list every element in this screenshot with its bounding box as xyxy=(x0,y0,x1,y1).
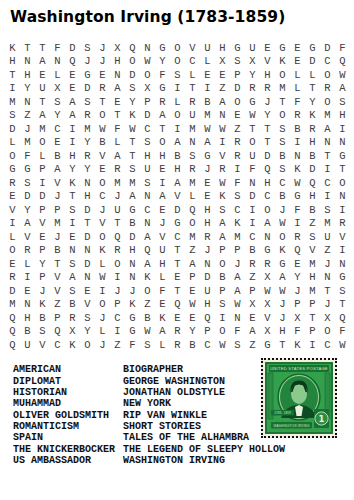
grid-cell[interactable]: O xyxy=(140,284,155,298)
grid-cell[interactable]: A xyxy=(155,325,170,339)
grid-cell[interactable]: Y xyxy=(125,95,140,109)
grid-cell[interactable]: P xyxy=(305,298,320,312)
grid-cell[interactable]: W xyxy=(260,284,275,298)
grid-cell[interactable]: J xyxy=(275,298,290,312)
grid-cell[interactable]: H xyxy=(260,176,275,190)
grid-cell[interactable]: I xyxy=(65,122,80,136)
grid-cell[interactable]: F xyxy=(20,149,35,163)
grid-cell[interactable]: I xyxy=(335,122,350,136)
grid-cell[interactable]: I xyxy=(65,136,80,150)
grid-cell[interactable]: A xyxy=(320,122,335,136)
grid-cell[interactable]: O xyxy=(215,325,230,339)
grid-cell[interactable]: G xyxy=(200,149,215,163)
grid-cell[interactable]: P xyxy=(245,284,260,298)
grid-cell[interactable]: W xyxy=(140,55,155,69)
grid-cell[interactable]: T xyxy=(305,82,320,96)
grid-cell[interactable]: I xyxy=(95,284,110,298)
grid-cell[interactable]: N xyxy=(65,244,80,258)
grid-cell[interactable]: S xyxy=(185,149,200,163)
grid-cell[interactable]: U xyxy=(320,230,335,244)
grid-cell[interactable]: E xyxy=(155,163,170,177)
grid-cell[interactable]: P xyxy=(215,284,230,298)
grid-cell[interactable]: I xyxy=(200,82,215,96)
grid-cell[interactable]: L xyxy=(50,68,65,82)
grid-cell[interactable]: K xyxy=(125,109,140,123)
grid-cell[interactable]: R xyxy=(260,82,275,96)
grid-cell[interactable]: P xyxy=(50,311,65,325)
grid-cell[interactable]: G xyxy=(260,338,275,352)
grid-cell[interactable]: D xyxy=(80,230,95,244)
grid-cell[interactable]: B xyxy=(125,217,140,231)
grid-cell[interactable]: H xyxy=(335,109,350,123)
grid-cell[interactable]: Q xyxy=(290,244,305,258)
grid-cell[interactable]: L xyxy=(5,230,20,244)
grid-cell[interactable]: D xyxy=(80,257,95,271)
grid-cell[interactable]: V xyxy=(260,311,275,325)
grid-cell[interactable]: U xyxy=(140,163,155,177)
grid-cell[interactable]: P xyxy=(140,95,155,109)
grid-cell[interactable]: R xyxy=(95,82,110,96)
grid-cell[interactable]: T xyxy=(35,41,50,55)
grid-cell[interactable]: S xyxy=(5,109,20,123)
grid-cell[interactable]: Y xyxy=(20,82,35,96)
grid-cell[interactable]: K xyxy=(215,190,230,204)
grid-cell[interactable]: E xyxy=(245,311,260,325)
grid-cell[interactable]: Y xyxy=(50,109,65,123)
grid-cell[interactable]: R xyxy=(230,136,245,150)
grid-cell[interactable]: T xyxy=(125,149,140,163)
grid-cell[interactable]: U xyxy=(200,41,215,55)
grid-cell[interactable]: B xyxy=(95,136,110,150)
grid-cell[interactable]: H xyxy=(140,149,155,163)
grid-cell[interactable]: L xyxy=(155,271,170,285)
grid-cell[interactable]: Z xyxy=(185,244,200,258)
grid-cell[interactable]: W xyxy=(185,298,200,312)
grid-cell[interactable]: E xyxy=(65,230,80,244)
grid-cell[interactable]: T xyxy=(275,338,290,352)
grid-cell[interactable]: G xyxy=(260,244,275,258)
grid-cell[interactable]: E xyxy=(65,68,80,82)
grid-cell[interactable]: Q xyxy=(5,325,20,339)
grid-cell[interactable]: E xyxy=(260,41,275,55)
grid-cell[interactable]: I xyxy=(170,82,185,96)
grid-cell[interactable]: P xyxy=(185,271,200,285)
grid-cell[interactable]: T xyxy=(335,298,350,312)
grid-cell[interactable]: K xyxy=(140,271,155,285)
grid-cell[interactable]: C xyxy=(50,122,65,136)
grid-cell[interactable]: Q xyxy=(305,176,320,190)
grid-cell[interactable]: O xyxy=(170,41,185,55)
grid-cell[interactable]: U xyxy=(245,41,260,55)
grid-cell[interactable]: K xyxy=(275,244,290,258)
grid-cell[interactable]: I xyxy=(290,217,305,231)
grid-cell[interactable]: H xyxy=(200,217,215,231)
grid-cell[interactable]: J xyxy=(50,190,65,204)
grid-cell[interactable]: T xyxy=(170,257,185,271)
grid-cell[interactable]: M xyxy=(20,136,35,150)
grid-cell[interactable]: R xyxy=(230,149,245,163)
grid-cell[interactable]: I xyxy=(20,271,35,285)
grid-cell[interactable]: R xyxy=(185,95,200,109)
grid-cell[interactable]: R xyxy=(215,163,230,177)
grid-cell[interactable]: Q xyxy=(170,298,185,312)
grid-cell[interactable]: V xyxy=(335,230,350,244)
grid-cell[interactable]: B xyxy=(290,122,305,136)
grid-cell[interactable]: P xyxy=(200,325,215,339)
grid-cell[interactable]: S xyxy=(320,203,335,217)
grid-cell[interactable]: U xyxy=(35,82,50,96)
grid-cell[interactable]: F xyxy=(230,176,245,190)
grid-cell[interactable]: D xyxy=(5,284,20,298)
grid-cell[interactable]: V xyxy=(35,217,50,231)
grid-cell[interactable]: T xyxy=(95,95,110,109)
grid-cell[interactable]: B xyxy=(215,271,230,285)
grid-cell[interactable]: O xyxy=(125,55,140,69)
grid-cell[interactable]: M xyxy=(185,176,200,190)
grid-cell[interactable]: G xyxy=(80,68,95,82)
grid-cell[interactable]: O xyxy=(185,217,200,231)
grid-cell[interactable]: N xyxy=(125,257,140,271)
grid-cell[interactable]: Y xyxy=(245,68,260,82)
grid-cell[interactable]: G xyxy=(245,95,260,109)
grid-cell[interactable]: I xyxy=(335,203,350,217)
grid-cell[interactable]: B xyxy=(245,244,260,258)
grid-cell[interactable]: R xyxy=(80,109,95,123)
grid-cell[interactable]: Z xyxy=(245,338,260,352)
grid-cell[interactable]: J xyxy=(50,230,65,244)
grid-cell[interactable]: E xyxy=(5,257,20,271)
grid-cell[interactable]: S xyxy=(275,136,290,150)
grid-cell[interactable]: B xyxy=(50,244,65,258)
grid-cell[interactable]: D xyxy=(125,68,140,82)
grid-cell[interactable]: G xyxy=(335,149,350,163)
grid-cell[interactable]: F xyxy=(290,325,305,339)
grid-cell[interactable]: G xyxy=(155,82,170,96)
grid-cell[interactable]: D xyxy=(305,163,320,177)
grid-cell[interactable]: I xyxy=(320,163,335,177)
grid-cell[interactable]: U xyxy=(245,149,260,163)
grid-cell[interactable]: R xyxy=(5,271,20,285)
grid-cell[interactable]: S xyxy=(170,68,185,82)
grid-cell[interactable]: O xyxy=(260,203,275,217)
grid-cell[interactable]: N xyxy=(185,136,200,150)
grid-cell[interactable]: E xyxy=(200,176,215,190)
grid-cell[interactable]: S xyxy=(140,176,155,190)
grid-cell[interactable]: X xyxy=(215,55,230,69)
grid-cell[interactable]: N xyxy=(140,190,155,204)
grid-cell[interactable]: W xyxy=(95,122,110,136)
grid-cell[interactable]: O xyxy=(275,68,290,82)
grid-cell[interactable]: N xyxy=(80,176,95,190)
grid-cell[interactable]: V xyxy=(35,338,50,352)
grid-cell[interactable]: Q xyxy=(5,338,20,352)
grid-cell[interactable]: W xyxy=(290,176,305,190)
grid-cell[interactable]: Z xyxy=(215,82,230,96)
grid-cell[interactable]: T xyxy=(5,68,20,82)
grid-cell[interactable]: H xyxy=(305,190,320,204)
grid-cell[interactable]: P xyxy=(290,298,305,312)
grid-cell[interactable]: X xyxy=(260,325,275,339)
grid-cell[interactable]: I xyxy=(155,176,170,190)
grid-cell[interactable]: E xyxy=(95,163,110,177)
grid-cell[interactable]: L xyxy=(200,55,215,69)
grid-cell[interactable]: S xyxy=(215,298,230,312)
grid-cell[interactable]: Z xyxy=(320,244,335,258)
grid-cell[interactable]: F xyxy=(290,95,305,109)
grid-cell[interactable]: K xyxy=(65,338,80,352)
grid-cell[interactable]: B xyxy=(65,298,80,312)
grid-cell[interactable]: E xyxy=(155,203,170,217)
grid-cell[interactable]: A xyxy=(20,217,35,231)
grid-cell[interactable]: X xyxy=(65,325,80,339)
grid-cell[interactable]: V xyxy=(50,271,65,285)
grid-cell[interactable]: I xyxy=(290,136,305,150)
grid-cell[interactable]: N xyxy=(50,55,65,69)
grid-cell[interactable]: H xyxy=(20,311,35,325)
grid-cell[interactable]: M xyxy=(320,109,335,123)
grid-cell[interactable]: T xyxy=(80,217,95,231)
grid-cell[interactable]: M xyxy=(305,257,320,271)
grid-cell[interactable]: E xyxy=(35,230,50,244)
grid-cell[interactable]: G xyxy=(290,190,305,204)
grid-cell[interactable]: H xyxy=(5,55,20,69)
grid-cell[interactable]: O xyxy=(140,68,155,82)
grid-cell[interactable]: H xyxy=(155,257,170,271)
grid-cell[interactable]: J xyxy=(275,203,290,217)
grid-cell[interactable]: W xyxy=(215,338,230,352)
grid-cell[interactable]: G xyxy=(335,271,350,285)
grid-cell[interactable]: M xyxy=(80,122,95,136)
grid-cell[interactable]: T xyxy=(35,95,50,109)
grid-cell[interactable]: H xyxy=(305,136,320,150)
grid-cell[interactable]: I xyxy=(110,325,125,339)
grid-cell[interactable]: N xyxy=(335,257,350,271)
grid-cell[interactable]: E xyxy=(290,55,305,69)
grid-cell[interactable]: M xyxy=(320,217,335,231)
grid-cell[interactable]: N xyxy=(20,95,35,109)
grid-cell[interactable]: E xyxy=(230,109,245,123)
grid-cell[interactable]: I xyxy=(5,82,20,96)
grid-cell[interactable]: Q xyxy=(50,325,65,339)
grid-cell[interactable]: E xyxy=(80,284,95,298)
grid-cell[interactable]: S xyxy=(275,122,290,136)
grid-cell[interactable]: A xyxy=(245,325,260,339)
grid-cell[interactable]: R xyxy=(200,230,215,244)
grid-cell[interactable]: K xyxy=(230,217,245,231)
grid-cell[interactable]: S xyxy=(140,338,155,352)
grid-cell[interactable]: A xyxy=(230,284,245,298)
grid-cell[interactable]: R xyxy=(65,311,80,325)
grid-cell[interactable]: A xyxy=(125,190,140,204)
grid-cell[interactable]: J xyxy=(290,284,305,298)
grid-cell[interactable]: X xyxy=(260,271,275,285)
grid-cell[interactable]: S xyxy=(305,230,320,244)
grid-cell[interactable]: S xyxy=(65,257,80,271)
grid-cell[interactable]: O xyxy=(320,68,335,82)
grid-cell[interactable]: E xyxy=(110,95,125,109)
grid-cell[interactable]: T xyxy=(260,122,275,136)
grid-cell[interactable]: U xyxy=(185,109,200,123)
grid-cell[interactable]: A xyxy=(170,136,185,150)
grid-cell[interactable]: P xyxy=(230,244,245,258)
grid-cell[interactable]: E xyxy=(185,311,200,325)
grid-cell[interactable]: R xyxy=(80,149,95,163)
grid-cell[interactable]: A xyxy=(215,217,230,231)
grid-cell[interactable]: S xyxy=(335,95,350,109)
grid-cell[interactable]: Q xyxy=(5,311,20,325)
grid-cell[interactable]: Q xyxy=(335,55,350,69)
grid-cell[interactable]: N xyxy=(320,136,335,150)
grid-cell[interactable]: Y xyxy=(155,55,170,69)
grid-cell[interactable]: F xyxy=(50,41,65,55)
grid-cell[interactable]: S xyxy=(35,325,50,339)
grid-cell[interactable]: V xyxy=(50,284,65,298)
grid-cell[interactable]: O xyxy=(80,338,95,352)
grid-cell[interactable]: D xyxy=(125,230,140,244)
grid-cell[interactable]: C xyxy=(50,338,65,352)
grid-cell[interactable]: B xyxy=(50,149,65,163)
grid-cell[interactable]: Y xyxy=(305,95,320,109)
grid-cell[interactable]: W xyxy=(200,122,215,136)
grid-cell[interactable]: J xyxy=(200,244,215,258)
grid-cell[interactable]: N xyxy=(335,190,350,204)
grid-cell[interactable]: B xyxy=(140,311,155,325)
grid-cell[interactable]: W xyxy=(275,284,290,298)
grid-cell[interactable]: X xyxy=(245,55,260,69)
grid-cell[interactable]: Y xyxy=(185,325,200,339)
grid-cell[interactable]: C xyxy=(140,203,155,217)
grid-cell[interactable]: O xyxy=(155,136,170,150)
grid-cell[interactable]: D xyxy=(200,271,215,285)
grid-cell[interactable]: F xyxy=(155,284,170,298)
grid-cell[interactable]: X xyxy=(245,298,260,312)
grid-cell[interactable]: L xyxy=(95,325,110,339)
grid-cell[interactable]: A xyxy=(110,149,125,163)
grid-cell[interactable]: C xyxy=(245,230,260,244)
grid-cell[interactable]: J xyxy=(320,257,335,271)
grid-cell[interactable]: Z xyxy=(140,298,155,312)
grid-cell[interactable]: Y xyxy=(260,109,275,123)
grid-cell[interactable]: N xyxy=(80,271,95,285)
grid-cell[interactable]: L xyxy=(5,136,20,150)
grid-cell[interactable]: G xyxy=(125,311,140,325)
grid-cell[interactable]: J xyxy=(110,284,125,298)
grid-cell[interactable]: A xyxy=(200,136,215,150)
grid-cell[interactable]: Y xyxy=(80,325,95,339)
grid-cell[interactable]: E xyxy=(200,190,215,204)
grid-cell[interactable]: F xyxy=(110,122,125,136)
grid-cell[interactable]: P xyxy=(35,163,50,177)
grid-cell[interactable]: M xyxy=(275,82,290,96)
grid-cell[interactable]: W xyxy=(335,338,350,352)
grid-cell[interactable]: P xyxy=(305,325,320,339)
grid-cell[interactable]: B xyxy=(20,325,35,339)
grid-cell[interactable]: N xyxy=(125,271,140,285)
grid-cell[interactable]: W xyxy=(275,217,290,231)
grid-cell[interactable]: M xyxy=(185,122,200,136)
grid-cell[interactable]: W xyxy=(215,122,230,136)
grid-cell[interactable]: F xyxy=(335,325,350,339)
grid-cell[interactable]: E xyxy=(20,284,35,298)
grid-cell[interactable]: A xyxy=(50,163,65,177)
grid-cell[interactable]: X xyxy=(320,311,335,325)
grid-cell[interactable]: V xyxy=(260,55,275,69)
grid-cell[interactable]: C xyxy=(110,311,125,325)
grid-cell[interactable]: A xyxy=(170,176,185,190)
grid-cell[interactable]: T xyxy=(320,149,335,163)
grid-cell[interactable]: N xyxy=(215,109,230,123)
grid-cell[interactable]: S xyxy=(80,41,95,55)
grid-cell[interactable]: V xyxy=(305,244,320,258)
grid-cell[interactable]: K xyxy=(35,298,50,312)
grid-cell[interactable]: D xyxy=(20,190,35,204)
grid-cell[interactable]: A xyxy=(140,257,155,271)
grid-cell[interactable]: R xyxy=(245,82,260,96)
grid-cell[interactable]: O xyxy=(95,298,110,312)
grid-cell[interactable]: M xyxy=(305,284,320,298)
grid-cell[interactable]: P xyxy=(35,244,50,258)
grid-cell[interactable]: M xyxy=(110,176,125,190)
grid-cell[interactable]: E xyxy=(290,41,305,55)
grid-cell[interactable]: X xyxy=(50,82,65,96)
grid-cell[interactable]: B xyxy=(200,95,215,109)
grid-cell[interactable]: I xyxy=(245,217,260,231)
grid-cell[interactable]: M xyxy=(35,122,50,136)
grid-cell[interactable]: O xyxy=(110,257,125,271)
grid-cell[interactable]: Y xyxy=(80,163,95,177)
grid-cell[interactable]: C xyxy=(320,338,335,352)
grid-cell[interactable]: O xyxy=(230,95,245,109)
grid-cell[interactable]: C xyxy=(320,176,335,190)
grid-cell[interactable]: A xyxy=(155,190,170,204)
grid-cell[interactable]: G xyxy=(275,41,290,55)
grid-cell[interactable]: D xyxy=(245,190,260,204)
grid-cell[interactable]: D xyxy=(305,55,320,69)
grid-cell[interactable]: V xyxy=(215,149,230,163)
grid-cell[interactable]: G xyxy=(155,41,170,55)
grid-cell[interactable]: A xyxy=(65,95,80,109)
grid-cell[interactable]: T xyxy=(320,284,335,298)
grid-cell[interactable]: K xyxy=(65,176,80,190)
grid-cell[interactable]: M xyxy=(230,230,245,244)
grid-cell[interactable]: G xyxy=(125,203,140,217)
grid-cell[interactable]: R xyxy=(170,325,185,339)
grid-cell[interactable]: T xyxy=(305,311,320,325)
grid-cell[interactable]: G xyxy=(275,257,290,271)
grid-cell[interactable]: H xyxy=(260,68,275,82)
grid-cell[interactable]: R xyxy=(305,122,320,136)
grid-cell[interactable]: R xyxy=(245,257,260,271)
grid-cell[interactable]: Q xyxy=(140,244,155,258)
grid-cell[interactable]: R xyxy=(290,109,305,123)
grid-cell[interactable]: R xyxy=(170,338,185,352)
grid-cell[interactable]: Q xyxy=(200,311,215,325)
grid-cell[interactable]: K xyxy=(275,55,290,69)
grid-cell[interactable]: Q xyxy=(335,311,350,325)
grid-cell[interactable]: A xyxy=(215,95,230,109)
grid-cell[interactable]: V xyxy=(50,176,65,190)
grid-cell[interactable]: R xyxy=(335,217,350,231)
grid-cell[interactable]: M xyxy=(185,230,200,244)
grid-cell[interactable]: K xyxy=(290,338,305,352)
grid-cell[interactable]: D xyxy=(80,82,95,96)
grid-cell[interactable]: T xyxy=(20,41,35,55)
grid-cell[interactable]: B xyxy=(170,149,185,163)
grid-cell[interactable]: S xyxy=(140,136,155,150)
grid-cell[interactable]: I xyxy=(215,136,230,150)
grid-cell[interactable]: C xyxy=(140,122,155,136)
grid-cell[interactable]: P xyxy=(50,203,65,217)
